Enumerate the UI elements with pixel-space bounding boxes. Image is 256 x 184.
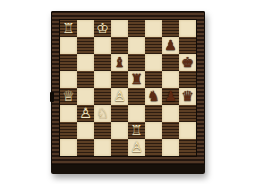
board-square-d5 xyxy=(111,71,128,88)
board-square-e3 xyxy=(128,105,145,122)
board-square-b1 xyxy=(77,139,94,156)
board-square-f1 xyxy=(145,139,162,156)
board-square-f6 xyxy=(145,54,162,71)
board-square-b7 xyxy=(77,37,94,54)
board-square-a1 xyxy=(60,139,77,156)
board-square-f7 xyxy=(145,37,162,54)
board-square-e8 xyxy=(128,20,145,37)
board-square-b5 xyxy=(77,71,94,88)
board-square-e6 xyxy=(128,54,145,71)
black-knight: ♞ xyxy=(147,88,160,105)
black-pawn: ♟ xyxy=(164,37,177,54)
board-square-c4 xyxy=(94,88,111,105)
white-queen: ♕ xyxy=(62,88,75,105)
board-square-e1: ♙ xyxy=(128,139,145,156)
board-square-g8 xyxy=(162,20,179,37)
board-square-d2 xyxy=(111,122,128,139)
board-square-c3: ♘ xyxy=(94,105,111,122)
board-square-e7 xyxy=(128,37,145,54)
board-square-d8 xyxy=(111,20,128,37)
board-square-a7 xyxy=(60,37,77,54)
white-rook: ♖ xyxy=(62,20,75,37)
box-clasp xyxy=(50,92,54,102)
black-queen: ♛ xyxy=(181,88,194,105)
board-square-h8 xyxy=(179,20,196,37)
board-square-g3 xyxy=(162,105,179,122)
black-rook: ♜ xyxy=(130,71,143,88)
board-square-f2 xyxy=(145,122,162,139)
board-square-a8: ♖ xyxy=(60,20,77,37)
board-square-g6 xyxy=(162,54,179,71)
board-square-f3 xyxy=(145,105,162,122)
board-square-h6: ♚ xyxy=(179,54,196,71)
board-square-a6 xyxy=(60,54,77,71)
board-square-a4: ♕ xyxy=(60,88,77,105)
board-square-e5: ♜ xyxy=(128,71,145,88)
board-square-h3 xyxy=(179,105,196,122)
board-square-b2 xyxy=(77,122,94,139)
board-square-b3: ♙ xyxy=(77,105,94,122)
board-square-d4: ♙ xyxy=(111,88,128,105)
board-square-b6 xyxy=(77,54,94,71)
black-pawn: ♟ xyxy=(164,88,177,105)
board-square-d3 xyxy=(111,105,128,122)
board-square-d6: ♝ xyxy=(111,54,128,71)
board-square-a5 xyxy=(60,71,77,88)
white-pawn: ♙ xyxy=(113,88,126,105)
board-square-h5 xyxy=(179,71,196,88)
board-square-c1 xyxy=(94,139,111,156)
board-square-a3 xyxy=(60,105,77,122)
board-square-g2 xyxy=(162,122,179,139)
white-king: ♔ xyxy=(96,20,109,37)
white-pawn: ♙ xyxy=(79,105,92,122)
board-square-h2 xyxy=(179,122,196,139)
board-square-e2: ♖ xyxy=(128,122,145,139)
board-square-c8: ♔ xyxy=(94,20,111,37)
board-square-h4: ♛ xyxy=(179,88,196,105)
board-square-e4 xyxy=(128,88,145,105)
wooden-chess-box: ♖♔♟♝♚♜♕♙♞♟♛♙♘♖♙ xyxy=(51,11,205,174)
board-square-c6 xyxy=(94,54,111,71)
product-photo-scene: ♖♔♟♝♚♜♕♙♞♟♛♙♘♖♙ xyxy=(0,0,256,184)
board-square-f5 xyxy=(145,71,162,88)
board-square-c7 xyxy=(94,37,111,54)
black-king: ♚ xyxy=(181,54,194,71)
board-square-b8 xyxy=(77,20,94,37)
board-square-c2 xyxy=(94,122,111,139)
board-square-d1 xyxy=(111,139,128,156)
board-square-f4: ♞ xyxy=(145,88,162,105)
board-square-h7 xyxy=(179,37,196,54)
board-square-f8 xyxy=(145,20,162,37)
board-square-g4: ♟ xyxy=(162,88,179,105)
white-rook: ♖ xyxy=(130,122,143,139)
white-knight: ♘ xyxy=(96,105,109,122)
board-square-a2 xyxy=(60,122,77,139)
chess-board: ♖♔♟♝♚♜♕♙♞♟♛♙♘♖♙ xyxy=(60,20,196,156)
board-square-g1 xyxy=(162,139,179,156)
board-square-g7: ♟ xyxy=(162,37,179,54)
white-pawn: ♙ xyxy=(130,139,143,156)
board-square-c5 xyxy=(94,71,111,88)
board-square-d7 xyxy=(111,37,128,54)
black-bishop: ♝ xyxy=(113,54,126,71)
board-square-h1 xyxy=(179,139,196,156)
board-square-g5 xyxy=(162,71,179,88)
board-square-b4 xyxy=(77,88,94,105)
